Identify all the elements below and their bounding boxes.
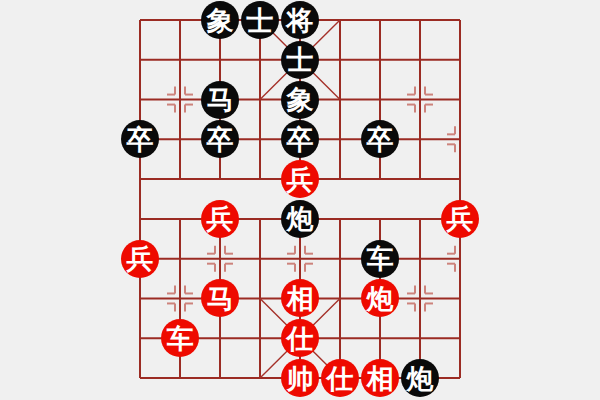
black-pawn[interactable]: 卒 — [361, 120, 399, 158]
red-pawn[interactable]: 兵 — [441, 200, 479, 238]
black-general[interactable]: 将 — [281, 1, 319, 39]
black-cannon[interactable]: 炮 — [281, 200, 319, 238]
black-pawn[interactable]: 卒 — [281, 120, 319, 158]
black-pawn[interactable]: 卒 — [121, 120, 159, 158]
black-chariot[interactable]: 车 — [361, 240, 399, 278]
red-elephant[interactable]: 相 — [361, 359, 399, 397]
black-elephant[interactable]: 象 — [201, 1, 239, 39]
black-horse[interactable]: 马 — [201, 81, 239, 119]
black-elephant[interactable]: 象 — [281, 81, 319, 119]
red-chariot[interactable]: 车 — [161, 319, 199, 357]
red-advisor[interactable]: 仕 — [321, 359, 359, 397]
xiangqi-app-screen: 象士将士马象卒卒卒卒兵兵炮兵兵车马相炮车仕帅仕相炮 — [0, 0, 600, 400]
red-pawn[interactable]: 兵 — [281, 160, 319, 198]
red-general[interactable]: 帅 — [281, 359, 319, 397]
black-advisor[interactable]: 士 — [281, 41, 319, 79]
red-pawn[interactable]: 兵 — [201, 200, 239, 238]
black-pawn[interactable]: 卒 — [201, 120, 239, 158]
red-advisor[interactable]: 仕 — [281, 319, 319, 357]
red-pawn[interactable]: 兵 — [121, 240, 159, 278]
black-advisor[interactable]: 士 — [241, 1, 279, 39]
black-cannon[interactable]: 炮 — [401, 359, 439, 397]
xiangqi-board[interactable]: 象士将士马象卒卒卒卒兵兵炮兵兵车马相炮车仕帅仕相炮 — [0, 0, 600, 400]
red-elephant[interactable]: 相 — [281, 279, 319, 317]
red-horse[interactable]: 马 — [201, 279, 239, 317]
red-cannon[interactable]: 炮 — [361, 279, 399, 317]
